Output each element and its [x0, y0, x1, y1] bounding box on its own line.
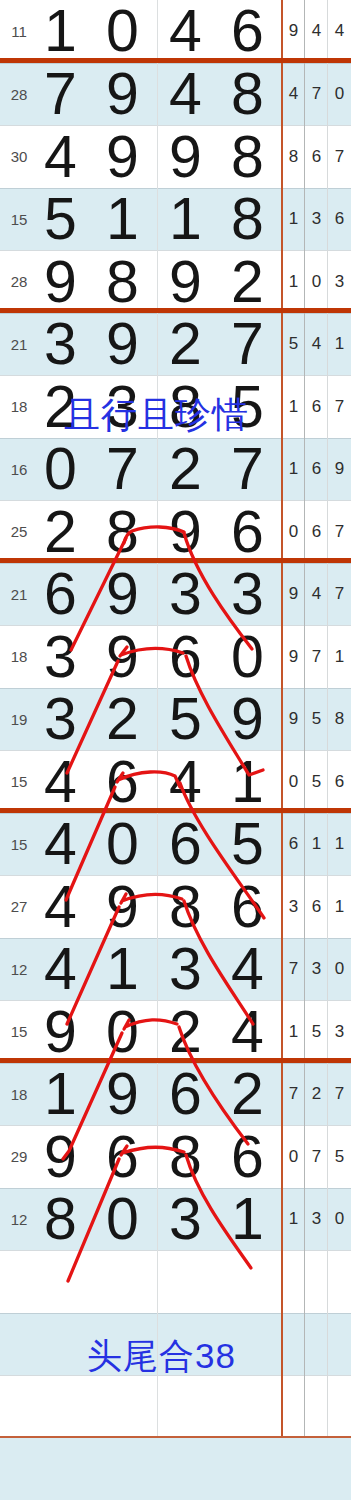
- digit-cell-2: 9: [91, 564, 153, 626]
- draw-row: 27 4 9 8 6 3 6 1: [0, 875, 351, 938]
- digit-cell-4: 6: [216, 0, 278, 63]
- stat-cell-1: 5: [282, 314, 305, 376]
- digit-cell-4: 4: [216, 939, 278, 1001]
- stat-cell-2: 1: [305, 814, 328, 876]
- digit-cell-2: 9: [91, 626, 153, 688]
- bottom-rule: [0, 1436, 351, 1438]
- digit-cell-2: 0: [91, 1189, 153, 1251]
- stat-cell-3: 7: [328, 501, 351, 563]
- block-separator: [0, 308, 351, 313]
- digit-cell-3: 2: [154, 314, 216, 376]
- stat-cell-2: 6: [305, 876, 328, 938]
- stat-cell-2: [305, 1251, 328, 1313]
- digit-cell-3: 6: [154, 814, 216, 876]
- digit-cell-4: 8: [216, 189, 278, 251]
- draw-row: 21 6 9 3 3 9 4 7: [0, 563, 351, 626]
- draw-row: 21 3 9 2 7 5 4 1: [0, 313, 351, 376]
- stat-cell-3: 1: [328, 314, 351, 376]
- draw-row: 28 7 9 4 8 4 7 0: [0, 63, 351, 126]
- digit-cell-4: 7: [216, 314, 278, 376]
- digit-cell-1: 3: [29, 314, 91, 376]
- digit-cell-4: 9: [216, 689, 278, 751]
- stat-cell-2: 6: [305, 439, 328, 501]
- stat-cell-2: 5: [305, 689, 328, 751]
- stat-cell-2: [305, 1314, 328, 1376]
- block-separator: [0, 1058, 351, 1063]
- digit-cell-1: 1: [29, 1064, 91, 1126]
- digit-cell-3: 3: [154, 564, 216, 626]
- stat-cell-2: 7: [305, 626, 328, 688]
- digit-cell-1: 4: [29, 751, 91, 813]
- digit-cell-1: 3: [29, 689, 91, 751]
- stat-cell-2: 5: [305, 1001, 328, 1063]
- stat-cell-3: 7: [328, 376, 351, 438]
- digit-cell-2: 0: [91, 814, 153, 876]
- draw-row: 12 4 1 3 4 7 3 0: [0, 938, 351, 1001]
- digit-cell-4: 8: [216, 126, 278, 188]
- stat-cell-2: 7: [305, 64, 328, 126]
- digit-cell-3: 4: [154, 0, 216, 63]
- stat-cell-2: 4: [305, 0, 328, 63]
- stat-cell-1: 1: [282, 1189, 305, 1251]
- digit-cell-3: 2: [154, 439, 216, 501]
- stat-cell-1: 0: [282, 501, 305, 563]
- digit-cell-1: 4: [29, 876, 91, 938]
- digit-cell-4: 6: [216, 876, 278, 938]
- stat-cell-3: 1: [328, 876, 351, 938]
- lottery-trend-chart[interactable]: 11 1 0 4 6 9 4 4 28 7 9 4 8 4 7 0 30 4 9…: [0, 0, 351, 1500]
- draw-row: [0, 1250, 351, 1313]
- stat-cell-2: 3: [305, 939, 328, 1001]
- draw-row: 18 1 9 6 2 7 2 7: [0, 1063, 351, 1126]
- digit-cell-2: 0: [91, 1001, 153, 1063]
- stat-cell-1: 0: [282, 751, 305, 813]
- draw-row: 15 4 6 4 1 0 5 6: [0, 750, 351, 813]
- stat-cell-3: [328, 1376, 351, 1438]
- digit-cell-1: 6: [29, 564, 91, 626]
- draw-row: 28 9 8 9 2 1 0 3: [0, 250, 351, 313]
- digit-cell-3: 6: [154, 1064, 216, 1126]
- stat-cell-3: 6: [328, 751, 351, 813]
- stat-cell-3: 3: [328, 251, 351, 313]
- stat-cell-3: 1: [328, 626, 351, 688]
- stat-cell-1: 0: [282, 1126, 305, 1188]
- digit-cell-1: 1: [29, 0, 91, 63]
- digit-cell-2: 9: [91, 1064, 153, 1126]
- stat-cell-1: 1: [282, 189, 305, 251]
- draw-row: 11 1 0 4 6 9 4 4: [0, 0, 351, 63]
- digit-cell-4: 1: [216, 751, 278, 813]
- stat-cell-2: 3: [305, 189, 328, 251]
- digit-cell-4: 2: [216, 251, 278, 313]
- stat-cell-2: 4: [305, 314, 328, 376]
- digit-cell-4: 0: [216, 626, 278, 688]
- digit-cell-2: 2: [91, 689, 153, 751]
- digit-cell-3: 8: [154, 1126, 216, 1188]
- digit-cell-1: 0: [29, 439, 91, 501]
- digit-cell-2: [91, 1376, 153, 1438]
- stat-cell-3: 0: [328, 939, 351, 1001]
- digit-cell-4: [216, 1376, 278, 1438]
- digit-cell-4: 1: [216, 1189, 278, 1251]
- digit-cell-3: 8: [154, 876, 216, 938]
- digit-cell-2: 0: [91, 0, 153, 63]
- stat-cell-1: [282, 1251, 305, 1313]
- stat-cell-2: 5: [305, 751, 328, 813]
- digit-cell-1: 2: [29, 501, 91, 563]
- digit-cell-4: 8: [216, 64, 278, 126]
- digit-cell-3: 3: [154, 1189, 216, 1251]
- digit-cell-2: 6: [91, 751, 153, 813]
- footer-band: [0, 1438, 351, 1500]
- digit-cell-4: 7: [216, 439, 278, 501]
- stat-cell-1: 3: [282, 876, 305, 938]
- stat-cell-3: 1: [328, 814, 351, 876]
- stat-cell-2: 6: [305, 126, 328, 188]
- digit-cell-2: 9: [91, 876, 153, 938]
- digit-cell-1: [29, 1314, 91, 1376]
- digit-cell-4: [216, 1251, 278, 1313]
- sum-hint-text: 头尾合38: [87, 1338, 236, 1373]
- stat-cell-2: 4: [305, 564, 328, 626]
- stat-cell-1: 9: [282, 0, 305, 63]
- digit-cell-1: 4: [29, 126, 91, 188]
- watermark-text: 且行且珍惜: [64, 397, 249, 433]
- stat-cell-3: 7: [328, 126, 351, 188]
- digit-cell-3: 2: [154, 1001, 216, 1063]
- stat-cell-3: [328, 1251, 351, 1313]
- stat-cell-1: 7: [282, 939, 305, 1001]
- block-separator: [0, 808, 351, 813]
- stat-cell-1: 9: [282, 564, 305, 626]
- draw-row: 25 2 8 9 6 0 6 7: [0, 500, 351, 563]
- draw-row: 18 3 9 6 0 9 7 1: [0, 625, 351, 688]
- stat-cell-3: [328, 1314, 351, 1376]
- digit-cell-3: 3: [154, 939, 216, 1001]
- digit-cell-4: 5: [216, 814, 278, 876]
- digit-cell-3: [154, 1251, 216, 1313]
- digit-cell-4: 6: [216, 1126, 278, 1188]
- stat-cell-1: 1: [282, 1001, 305, 1063]
- digit-cell-1: 5: [29, 189, 91, 251]
- stat-cell-3: 4: [328, 0, 351, 63]
- stat-cell-2: 6: [305, 376, 328, 438]
- digit-cell-3: 9: [154, 126, 216, 188]
- digit-cell-1: 8: [29, 1189, 91, 1251]
- stat-cell-1: 8: [282, 126, 305, 188]
- stat-cell-2: 0: [305, 251, 328, 313]
- digit-cell-1: 9: [29, 251, 91, 313]
- digit-cell-3: 9: [154, 251, 216, 313]
- digit-cell-1: 9: [29, 1126, 91, 1188]
- stat-cell-1: 1: [282, 439, 305, 501]
- draw-row: 15 4 0 6 5 6 1 1: [0, 813, 351, 876]
- stat-cell-1: 1: [282, 376, 305, 438]
- digit-cell-4: 2: [216, 1064, 278, 1126]
- stat-cell-3: 9: [328, 439, 351, 501]
- digit-cell-3: 5: [154, 689, 216, 751]
- stat-cell-2: 3: [305, 1189, 328, 1251]
- stat-cell-3: 5: [328, 1126, 351, 1188]
- digit-cell-1: [29, 1251, 91, 1313]
- stat-cell-1: 9: [282, 626, 305, 688]
- digit-cell-2: 9: [91, 126, 153, 188]
- digit-cell-2: 9: [91, 314, 153, 376]
- stat-cell-3: 0: [328, 1189, 351, 1251]
- stat-cell-1: 1: [282, 251, 305, 313]
- digit-cell-3: 4: [154, 64, 216, 126]
- digit-cell-4: 6: [216, 501, 278, 563]
- digit-cell-1: 3: [29, 626, 91, 688]
- stat-cell-1: 7: [282, 1064, 305, 1126]
- stat-cell-3: 6: [328, 189, 351, 251]
- draw-row: 19 3 2 5 9 9 5 8: [0, 688, 351, 751]
- stat-cell-3: 0: [328, 64, 351, 126]
- stat-cell-2: [305, 1376, 328, 1438]
- stat-cell-3: 7: [328, 564, 351, 626]
- stat-cell-1: 4: [282, 64, 305, 126]
- stat-cell-2: 2: [305, 1064, 328, 1126]
- stat-cell-3: 3: [328, 1001, 351, 1063]
- draw-row: 12 8 0 3 1 1 3 0: [0, 1188, 351, 1251]
- stat-cell-2: 7: [305, 1126, 328, 1188]
- digit-cell-3: 1: [154, 189, 216, 251]
- draw-row: 16 0 7 2 7 1 6 9: [0, 438, 351, 501]
- rows-container: 11 1 0 4 6 9 4 4 28 7 9 4 8 4 7 0 30 4 9…: [0, 0, 351, 1438]
- draw-row: 15 9 0 2 4 1 5 3: [0, 1000, 351, 1063]
- digit-cell-4: 3: [216, 564, 278, 626]
- block-separator: [0, 558, 351, 563]
- stat-cell-1: 6: [282, 814, 305, 876]
- digit-cell-1: 7: [29, 64, 91, 126]
- draw-row: [0, 1375, 351, 1438]
- draw-row: 15 5 1 1 8 1 3 6: [0, 188, 351, 251]
- stat-cell-1: [282, 1376, 305, 1438]
- digit-cell-1: 4: [29, 814, 91, 876]
- digit-cell-3: 4: [154, 751, 216, 813]
- digit-cell-2: 1: [91, 189, 153, 251]
- stat-cell-3: 7: [328, 1064, 351, 1126]
- digit-cell-2: 6: [91, 1126, 153, 1188]
- digit-cell-1: [29, 1376, 91, 1438]
- digit-cell-2: 8: [91, 501, 153, 563]
- digit-cell-3: [154, 1376, 216, 1438]
- draw-row: 30 4 9 9 8 8 6 7: [0, 125, 351, 188]
- stat-cell-2: 6: [305, 501, 328, 563]
- digit-cell-2: 1: [91, 939, 153, 1001]
- digit-cell-3: 6: [154, 626, 216, 688]
- stat-cell-3: 8: [328, 689, 351, 751]
- digit-cell-2: 8: [91, 251, 153, 313]
- digit-cell-1: 9: [29, 1001, 91, 1063]
- block-separator: [0, 58, 351, 63]
- digit-cell-2: 7: [91, 439, 153, 501]
- digit-cell-4: 4: [216, 1001, 278, 1063]
- digit-cell-1: 4: [29, 939, 91, 1001]
- digit-cell-3: 9: [154, 501, 216, 563]
- stat-cell-1: 9: [282, 689, 305, 751]
- draw-row: 29 9 6 8 6 0 7 5: [0, 1125, 351, 1188]
- digit-cell-2: [91, 1251, 153, 1313]
- digit-cell-2: 9: [91, 64, 153, 126]
- stat-cell-1: [282, 1314, 305, 1376]
